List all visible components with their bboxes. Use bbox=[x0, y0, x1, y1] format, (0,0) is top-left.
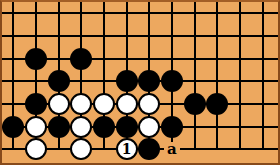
black-stone bbox=[70, 48, 92, 70]
point-r3c5 bbox=[93, 47, 116, 70]
point-r2c12 bbox=[251, 25, 274, 48]
point-r3c12 bbox=[251, 47, 274, 70]
point-r1c10 bbox=[206, 2, 229, 25]
point-r2c9 bbox=[183, 25, 206, 48]
point-r3c6 bbox=[115, 47, 138, 70]
black-stone bbox=[48, 70, 70, 92]
point-r6c11 bbox=[229, 115, 252, 138]
point-r4c11 bbox=[229, 70, 252, 93]
white-stone bbox=[116, 93, 138, 115]
point-r1c5 bbox=[93, 2, 116, 25]
white-stone bbox=[48, 93, 70, 115]
white-stone bbox=[138, 116, 160, 138]
point-r5c2 bbox=[25, 93, 48, 116]
point-r3c4 bbox=[70, 47, 93, 70]
point-r2c4 bbox=[70, 25, 93, 48]
point-r5c5 bbox=[93, 93, 116, 116]
black-stone bbox=[93, 116, 115, 138]
white-stone bbox=[70, 93, 92, 115]
white-stone bbox=[25, 116, 47, 138]
point-r6c10 bbox=[206, 115, 229, 138]
point-r7c4 bbox=[70, 138, 93, 161]
point-r5c8 bbox=[161, 93, 184, 116]
point-r3c2 bbox=[25, 47, 48, 70]
point-r4c10 bbox=[206, 70, 229, 93]
point-r3c9 bbox=[183, 47, 206, 70]
point-r2c6 bbox=[115, 25, 138, 48]
black-stone bbox=[48, 116, 70, 138]
point-r4c1 bbox=[2, 70, 25, 93]
point-r4c12 bbox=[251, 70, 274, 93]
point-r7c10 bbox=[206, 138, 229, 161]
point-r6c1 bbox=[2, 115, 25, 138]
point-r4c9 bbox=[183, 70, 206, 93]
point-r6c2 bbox=[25, 115, 48, 138]
white-stone bbox=[25, 138, 47, 160]
point-r2c8 bbox=[161, 25, 184, 48]
point-r2c5 bbox=[93, 25, 116, 48]
point-r5c10 bbox=[206, 93, 229, 116]
black-stone bbox=[116, 70, 138, 92]
point-r1c1 bbox=[2, 2, 25, 25]
point-r7c5 bbox=[93, 138, 116, 161]
black-stone bbox=[138, 138, 160, 160]
point-r4c4 bbox=[70, 70, 93, 93]
point-r5c7 bbox=[138, 93, 161, 116]
point-r5c9 bbox=[183, 93, 206, 116]
point-r3c11 bbox=[229, 47, 252, 70]
point-r1c2 bbox=[25, 2, 48, 25]
point-r1c3 bbox=[47, 2, 70, 25]
point-r1c7 bbox=[138, 2, 161, 25]
point-r4c6 bbox=[115, 70, 138, 93]
point-r6c3 bbox=[47, 115, 70, 138]
point-r4c5 bbox=[93, 70, 116, 93]
point-r2c11 bbox=[229, 25, 252, 48]
white-stone bbox=[70, 138, 92, 160]
point-r6c8 bbox=[161, 115, 184, 138]
point-r5c1 bbox=[2, 93, 25, 116]
go-board: 1a bbox=[0, 0, 280, 165]
point-r3c10 bbox=[206, 47, 229, 70]
point-r6c6 bbox=[115, 115, 138, 138]
point-r7c9 bbox=[183, 138, 206, 161]
point-r1c12 bbox=[251, 2, 274, 25]
point-label-a: a bbox=[164, 142, 180, 156]
black-stone bbox=[161, 116, 183, 138]
point-r7c2 bbox=[25, 138, 48, 161]
point-r7c1 bbox=[2, 138, 25, 161]
point-r7c7 bbox=[138, 138, 161, 161]
black-stone bbox=[25, 93, 47, 115]
point-r7c12 bbox=[251, 138, 274, 161]
white-stone bbox=[70, 116, 92, 138]
point-r7c3 bbox=[47, 138, 70, 161]
point-r1c8 bbox=[161, 2, 184, 25]
black-stone bbox=[206, 93, 228, 115]
point-r1c11 bbox=[229, 2, 252, 25]
point-r7c8: a bbox=[161, 138, 184, 161]
point-r5c3 bbox=[47, 93, 70, 116]
point-r2c7 bbox=[138, 25, 161, 48]
point-r2c2 bbox=[25, 25, 48, 48]
black-stone bbox=[116, 116, 138, 138]
point-r2c10 bbox=[206, 25, 229, 48]
white-stone-move-1: 1 bbox=[116, 138, 138, 160]
black-stone bbox=[25, 48, 47, 70]
point-r2c1 bbox=[2, 25, 25, 48]
point-r7c6: 1 bbox=[115, 138, 138, 161]
black-stone bbox=[138, 70, 160, 92]
black-stone bbox=[2, 116, 24, 138]
point-r5c12 bbox=[251, 93, 274, 116]
point-r3c3 bbox=[47, 47, 70, 70]
point-r3c1 bbox=[2, 47, 25, 70]
point-r4c3 bbox=[47, 70, 70, 93]
point-r5c6 bbox=[115, 93, 138, 116]
white-stone bbox=[138, 93, 160, 115]
point-r3c7 bbox=[138, 47, 161, 70]
point-r5c11 bbox=[229, 93, 252, 116]
point-r4c2 bbox=[25, 70, 48, 93]
point-r6c9 bbox=[183, 115, 206, 138]
black-stone bbox=[184, 93, 206, 115]
point-r6c7 bbox=[138, 115, 161, 138]
point-r2c3 bbox=[47, 25, 70, 48]
board-points: 1a bbox=[2, 2, 274, 161]
point-r6c12 bbox=[251, 115, 274, 138]
point-r1c4 bbox=[70, 2, 93, 25]
point-r6c4 bbox=[70, 115, 93, 138]
point-r1c9 bbox=[183, 2, 206, 25]
point-r5c4 bbox=[70, 93, 93, 116]
white-stone bbox=[93, 93, 115, 115]
point-r4c7 bbox=[138, 70, 161, 93]
point-r6c5 bbox=[93, 115, 116, 138]
point-r4c8 bbox=[161, 70, 184, 93]
black-stone bbox=[161, 70, 183, 92]
point-r3c8 bbox=[161, 47, 184, 70]
point-r1c6 bbox=[115, 2, 138, 25]
point-r7c11 bbox=[229, 138, 252, 161]
move-number: 1 bbox=[122, 142, 132, 156]
